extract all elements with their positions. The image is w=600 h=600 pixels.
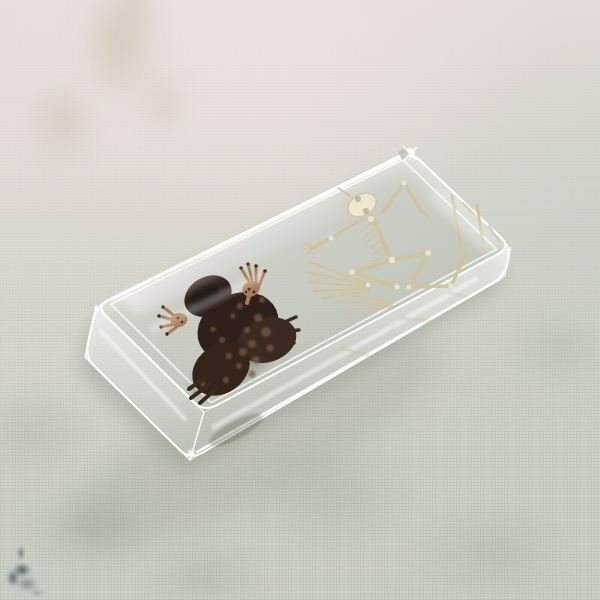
- palm-spot: [181, 321, 184, 324]
- iridescent-glint-pink: [229, 246, 237, 254]
- mottle-spot: [249, 371, 256, 378]
- photo-scene: [0, 0, 600, 600]
- bottom-corner-glint: [188, 450, 195, 457]
- finger-tip: [254, 264, 258, 268]
- mottle-spot: [267, 345, 274, 352]
- joint: [349, 269, 355, 275]
- palm-spot: [253, 291, 256, 294]
- palm-spot: [247, 287, 250, 290]
- mottle-spot: [211, 327, 216, 332]
- mottle-spot: [248, 340, 256, 348]
- mottle-spot: [237, 303, 243, 309]
- joint: [389, 257, 395, 263]
- eye-socket: [355, 196, 361, 202]
- mottle-spot: [236, 363, 242, 369]
- mottle-spot: [254, 314, 262, 322]
- palm-spot: [245, 291, 247, 293]
- joint: [329, 236, 334, 241]
- iridescent-glint-blue: [247, 240, 253, 246]
- finger-tip: [263, 269, 267, 273]
- joint: [406, 284, 411, 289]
- mottle-spot: [261, 327, 271, 337]
- eye-socket: [363, 208, 369, 214]
- mottle-spot: [252, 356, 260, 364]
- mottle-spot: [223, 377, 229, 383]
- joint: [394, 284, 399, 289]
- joint: [448, 283, 453, 288]
- toe: [280, 330, 299, 332]
- mottle-spot: [231, 314, 236, 319]
- joint: [366, 283, 371, 288]
- joint: [368, 216, 374, 222]
- mottle-spot: [226, 353, 232, 359]
- finger-tip: [161, 305, 164, 308]
- finger-tip: [157, 314, 160, 317]
- mottle-spot: [259, 297, 265, 303]
- mottle-spot: [239, 348, 247, 356]
- mottle-spot: [244, 327, 250, 333]
- finger-tip: [165, 332, 168, 335]
- mottle-spot: [219, 337, 225, 343]
- joint: [401, 180, 406, 185]
- joint: [425, 250, 431, 256]
- wrist: [247, 296, 249, 303]
- specimen-block-graphic: [0, 0, 600, 600]
